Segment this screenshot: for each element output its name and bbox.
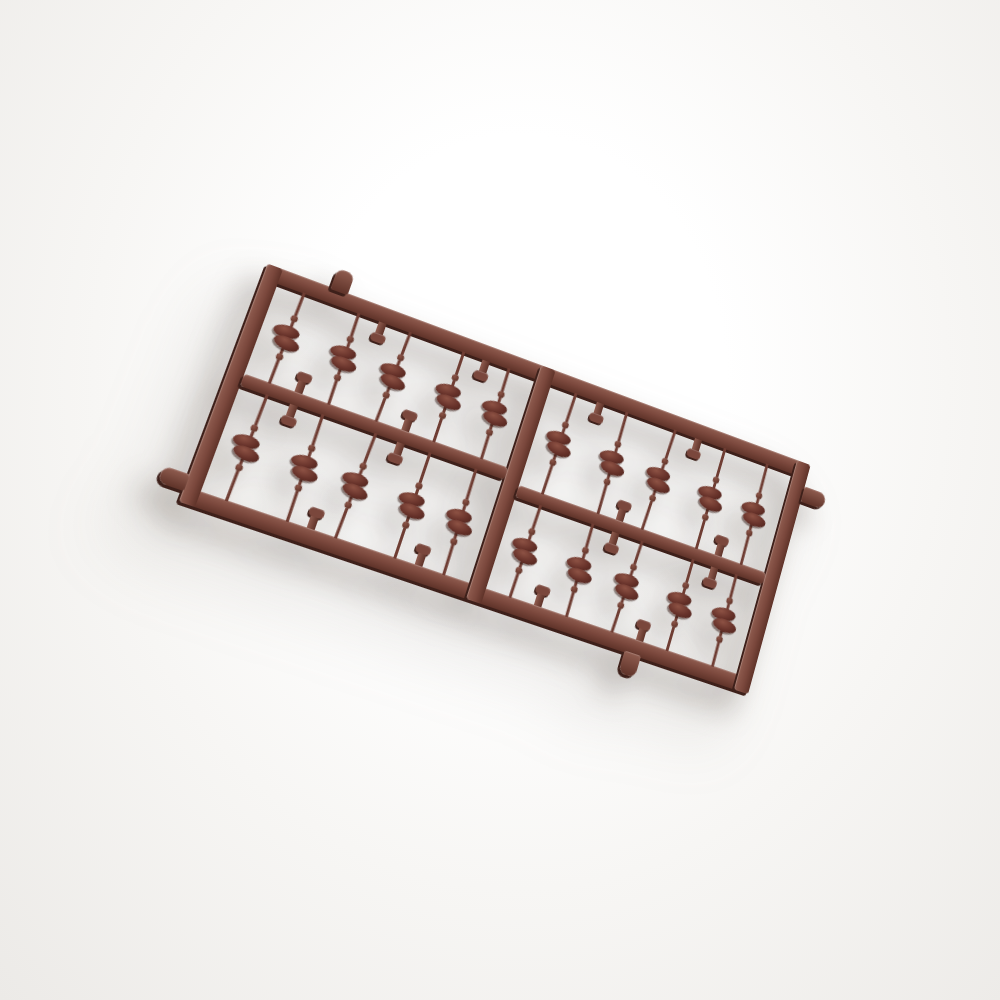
spacer-tab-head bbox=[588, 412, 604, 425]
spacer-tab-stem bbox=[714, 543, 724, 557]
rod-segment bbox=[293, 292, 305, 316]
bead-rod bbox=[653, 554, 706, 655]
rod-segment bbox=[610, 608, 621, 633]
rod-segment bbox=[267, 359, 279, 384]
rod-segment bbox=[224, 470, 239, 502]
bead-sprue-board bbox=[179, 264, 811, 695]
rod-segment bbox=[664, 429, 676, 458]
bead bbox=[446, 516, 475, 538]
rod-segment bbox=[311, 414, 324, 445]
rod-segment bbox=[695, 519, 706, 549]
scene bbox=[0, 0, 1000, 1000]
frame-bar-bottom bbox=[179, 486, 752, 694]
spacer-tab bbox=[686, 437, 705, 461]
rod-segment bbox=[253, 394, 267, 425]
rod-segment bbox=[584, 523, 593, 547]
spacer-tab-head bbox=[387, 452, 404, 466]
spacer-tab-stem bbox=[376, 322, 387, 336]
rod-segment bbox=[395, 360, 400, 367]
spacer-tab-head bbox=[473, 369, 490, 382]
sprue-knob bbox=[681, 581, 689, 590]
sprue-knob bbox=[569, 585, 577, 594]
spacer-tab bbox=[369, 320, 390, 344]
bead bbox=[398, 489, 427, 508]
rod-segment bbox=[466, 468, 478, 499]
spacer-tab-head bbox=[686, 448, 701, 461]
bead-rod bbox=[313, 308, 373, 410]
spacer-tab bbox=[588, 401, 607, 425]
bead-rod bbox=[528, 388, 589, 500]
sprue-rotation-wrapper bbox=[179, 264, 811, 695]
spacer-tab bbox=[603, 530, 622, 554]
spacer-tab bbox=[632, 618, 651, 643]
rod-segment bbox=[716, 448, 727, 477]
perspective-tilt bbox=[0, 0, 977, 1000]
rod-segment bbox=[508, 573, 519, 598]
bead bbox=[378, 371, 407, 394]
bead bbox=[613, 581, 641, 603]
rod-segment bbox=[363, 432, 377, 463]
rod-segment bbox=[285, 490, 298, 522]
sprue-knob bbox=[396, 353, 405, 362]
bead-rod bbox=[683, 443, 738, 553]
spacer-tab-head bbox=[280, 414, 298, 428]
rod-segment bbox=[633, 540, 643, 564]
bead bbox=[340, 479, 370, 502]
bead-rod bbox=[419, 346, 477, 447]
sprue-knob bbox=[345, 335, 354, 344]
rod-segment bbox=[564, 392, 576, 421]
rod-segment bbox=[326, 380, 337, 405]
spacer-tab-head bbox=[702, 576, 718, 589]
spacer-tab-stem bbox=[295, 380, 307, 394]
rod-segment bbox=[400, 331, 412, 355]
rod-segment bbox=[334, 507, 349, 538]
rod-segment bbox=[455, 351, 465, 375]
spacer-tab-stem bbox=[307, 516, 319, 530]
sprue-knob bbox=[307, 443, 316, 452]
rod-segment bbox=[665, 627, 675, 652]
bead bbox=[329, 353, 358, 375]
spacer-tab-head bbox=[714, 534, 729, 547]
rod-segment bbox=[540, 464, 552, 494]
spacer-tab-stem bbox=[609, 532, 620, 546]
bead-rod bbox=[495, 500, 554, 603]
rod-segment bbox=[442, 544, 454, 575]
rod-segment bbox=[419, 452, 432, 483]
rod-segment bbox=[531, 504, 542, 528]
spacer-tab bbox=[702, 565, 721, 589]
bead bbox=[511, 535, 539, 554]
rod-segment bbox=[393, 527, 406, 558]
molding-tab-bottom bbox=[618, 650, 641, 678]
rod-segment bbox=[374, 398, 386, 422]
molding-tab-right bbox=[801, 486, 827, 509]
rod-segment bbox=[480, 435, 490, 459]
spacer-tab bbox=[531, 584, 551, 609]
spacer-tab bbox=[398, 409, 419, 434]
rod-segment bbox=[711, 642, 720, 667]
rod-segment bbox=[453, 532, 458, 539]
spacer-tab bbox=[711, 534, 730, 558]
molding-tab-left bbox=[157, 465, 190, 491]
rod-segment bbox=[349, 312, 360, 336]
spacer-tab bbox=[387, 440, 408, 465]
rod-segment bbox=[564, 592, 574, 617]
spacer-tab-stem bbox=[616, 508, 627, 522]
spacer-tab-stem bbox=[415, 553, 427, 567]
sprue-knob bbox=[715, 635, 723, 644]
bead-rod bbox=[584, 407, 640, 518]
spacer-tab-head bbox=[603, 542, 619, 555]
photo-background bbox=[0, 0, 1000, 1000]
spacer-tab-head bbox=[369, 331, 386, 344]
rod-segment bbox=[501, 368, 511, 392]
bead-rod bbox=[380, 447, 444, 563]
sprue-knob bbox=[548, 457, 556, 466]
rod-segment bbox=[617, 411, 628, 441]
bead-rod bbox=[271, 409, 337, 526]
rod-segment bbox=[432, 418, 443, 442]
rod-segment bbox=[596, 484, 607, 514]
sprue-knob bbox=[438, 411, 447, 420]
rod-segment bbox=[640, 500, 652, 530]
spacer-tab bbox=[291, 370, 313, 395]
rod-segment bbox=[759, 463, 769, 492]
spacer-tab-head bbox=[295, 370, 313, 384]
spacer-tab-stem bbox=[401, 418, 412, 432]
rod-segment bbox=[685, 559, 694, 583]
bead bbox=[698, 493, 724, 514]
spacer-tab bbox=[280, 403, 302, 428]
spacer-tab-stem bbox=[636, 628, 647, 642]
frame-bar-top bbox=[262, 264, 811, 480]
bead-rod bbox=[320, 427, 389, 543]
rod-segment bbox=[740, 535, 750, 565]
bead-rod bbox=[628, 424, 688, 534]
molding-tab-top bbox=[330, 268, 355, 295]
spacer-tab-stem bbox=[534, 593, 545, 607]
bead-rod bbox=[552, 519, 606, 621]
rod-segment bbox=[729, 574, 738, 598]
bead bbox=[271, 332, 301, 355]
